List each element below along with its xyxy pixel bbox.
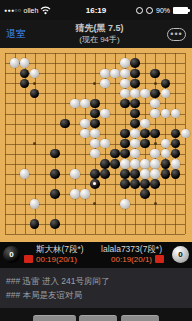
white-stone bbox=[120, 69, 130, 79]
black-stone bbox=[20, 69, 30, 79]
white-stone bbox=[100, 109, 110, 119]
white-stone bbox=[140, 169, 150, 179]
black-stone bbox=[161, 169, 171, 179]
black-stone bbox=[120, 149, 130, 159]
grid-line bbox=[115, 53, 116, 234]
white-stone bbox=[130, 159, 140, 169]
white-stone bbox=[120, 58, 130, 68]
white-stone bbox=[130, 129, 140, 139]
bottom-button-3[interactable] bbox=[121, 315, 159, 321]
black-stone bbox=[90, 99, 100, 109]
white-stone bbox=[161, 89, 171, 99]
white-stone bbox=[20, 58, 30, 68]
black-stone bbox=[171, 149, 181, 159]
alarm-icon bbox=[146, 7, 153, 14]
black-stone bbox=[100, 169, 110, 179]
black-stone bbox=[171, 169, 181, 179]
star-point bbox=[33, 82, 36, 85]
status-bar: ●●●○○ olleh 16:19 90% bbox=[0, 0, 192, 20]
white-stone bbox=[70, 189, 80, 199]
black-stone bbox=[130, 58, 140, 68]
white-flag-icon[interactable] bbox=[155, 255, 164, 263]
white-stone bbox=[70, 169, 80, 179]
white-stone bbox=[130, 139, 140, 149]
white-stone bbox=[80, 189, 90, 199]
black-stone bbox=[50, 169, 60, 179]
white-stone bbox=[150, 169, 160, 179]
app-screen: ●●●○○ olleh 16:19 90% 退室 猜先(黑 7.5) (现在 9… bbox=[0, 0, 192, 321]
black-stone bbox=[50, 149, 60, 159]
black-stone bbox=[161, 159, 171, 169]
black-stone bbox=[150, 179, 160, 189]
grid-line bbox=[5, 194, 186, 195]
black-stone bbox=[140, 129, 150, 139]
white-stone bbox=[140, 159, 150, 169]
orientation-lock-icon bbox=[136, 7, 143, 14]
battery-icon bbox=[173, 7, 188, 14]
black-stone bbox=[130, 99, 140, 109]
battery-percent-label: 90% bbox=[156, 7, 170, 14]
black-stone bbox=[110, 149, 120, 159]
white-stone bbox=[150, 99, 160, 109]
go-board[interactable] bbox=[0, 48, 192, 242]
black-stone bbox=[140, 179, 150, 189]
white-captures-stone-icon: 0 bbox=[172, 246, 189, 263]
white-stone bbox=[90, 129, 100, 139]
white-stone bbox=[140, 89, 150, 99]
black-stone bbox=[90, 119, 100, 129]
game-rule-title: 猜先(黑 7.5) bbox=[32, 23, 167, 34]
white-stone bbox=[20, 169, 30, 179]
black-stone bbox=[171, 129, 181, 139]
black-stone bbox=[171, 139, 181, 149]
grid-line bbox=[5, 234, 186, 235]
star-point bbox=[93, 82, 96, 85]
black-stone bbox=[150, 129, 160, 139]
black-stone bbox=[130, 119, 140, 129]
chat-area[interactable]: ### 迅雷 进入 241号房间了 ### 本局是友谊对局 bbox=[0, 268, 192, 308]
black-stone bbox=[150, 69, 160, 79]
black-player-timer: 00:19(20/1) bbox=[36, 255, 77, 264]
black-stone bbox=[150, 89, 160, 99]
black-stone bbox=[120, 139, 130, 149]
black-flag-icon[interactable] bbox=[24, 255, 33, 263]
white-stone bbox=[100, 79, 110, 89]
white-stone bbox=[90, 149, 100, 159]
black-stone bbox=[120, 99, 130, 109]
black-stone bbox=[110, 159, 120, 169]
clock-label: 16:19 bbox=[86, 6, 106, 15]
white-stone bbox=[100, 69, 110, 79]
black-stone bbox=[90, 109, 100, 119]
white-stone bbox=[161, 139, 171, 149]
white-stone bbox=[80, 129, 90, 139]
white-stone bbox=[130, 149, 140, 159]
bottom-button-2[interactable] bbox=[79, 315, 117, 321]
chat-message: ### 迅雷 进入 241号房间了 bbox=[6, 274, 186, 288]
white-stone bbox=[150, 149, 160, 159]
black-stone bbox=[50, 189, 60, 199]
white-stone bbox=[10, 58, 20, 68]
star-point bbox=[154, 82, 157, 85]
black-stone bbox=[30, 89, 40, 99]
white-stone bbox=[90, 139, 100, 149]
white-stone bbox=[161, 109, 171, 119]
black-stone bbox=[30, 219, 40, 229]
white-stone bbox=[140, 119, 150, 129]
white-stone bbox=[130, 89, 140, 99]
black-stone bbox=[161, 79, 171, 89]
header: 退室 猜先(黑 7.5) (现在 94手) ••• bbox=[0, 20, 192, 48]
white-stone bbox=[171, 109, 181, 119]
move-counter: (现在 94手) bbox=[32, 35, 167, 45]
white-stone bbox=[80, 119, 90, 129]
white-stone bbox=[110, 69, 120, 79]
player-bar: 0 斯大林(7段*) 00:19(20/1) 0 lalala7373(7段*)… bbox=[0, 242, 192, 268]
grid-line bbox=[185, 53, 186, 234]
grid-line bbox=[5, 214, 186, 215]
white-stone bbox=[150, 109, 160, 119]
black-stone bbox=[130, 69, 140, 79]
black-stone bbox=[120, 169, 130, 179]
black-stone bbox=[100, 159, 110, 169]
black-stone bbox=[130, 79, 140, 89]
black-captures-stone-icon: 0 bbox=[3, 246, 20, 263]
carrier-label: olleh bbox=[24, 7, 39, 14]
star-point bbox=[154, 202, 157, 205]
black-stone bbox=[130, 179, 140, 189]
black-stone bbox=[90, 169, 100, 179]
white-stone bbox=[30, 199, 40, 209]
white-stone bbox=[181, 129, 191, 139]
signal-strength-icon: ●●●○○ bbox=[4, 7, 22, 13]
white-stone bbox=[150, 159, 160, 169]
white-stone bbox=[120, 79, 130, 89]
white-stone bbox=[70, 99, 80, 109]
black-stone bbox=[130, 169, 140, 179]
exit-room-button[interactable]: 退室 bbox=[0, 27, 32, 41]
black-stone bbox=[120, 129, 130, 139]
chat-bubble-icon[interactable]: ••• bbox=[167, 28, 186, 41]
white-stone bbox=[161, 149, 171, 159]
black-stone bbox=[60, 119, 70, 129]
star-point bbox=[154, 142, 157, 145]
black-stone bbox=[140, 189, 150, 199]
white-stone bbox=[30, 69, 40, 79]
white-stone bbox=[120, 199, 130, 209]
black-stone bbox=[140, 139, 150, 149]
white-stone bbox=[100, 139, 110, 149]
white-stone bbox=[80, 99, 90, 109]
black-stone bbox=[20, 79, 30, 89]
black-stone bbox=[130, 109, 140, 119]
chat-message: ### 本局是友谊对局 bbox=[6, 288, 186, 302]
black-stone bbox=[50, 219, 60, 229]
black-stone bbox=[120, 179, 130, 189]
white-stone bbox=[120, 89, 130, 99]
game-info: 猜先(黑 7.5) (现在 94手) bbox=[32, 23, 167, 44]
white-player-timer: 00:19(20/1) bbox=[111, 255, 152, 264]
wifi-icon bbox=[40, 6, 51, 15]
bottom-button-1[interactable] bbox=[33, 315, 76, 321]
bottom-toolbar bbox=[0, 308, 192, 321]
white-stone bbox=[120, 159, 130, 169]
star-point bbox=[33, 142, 36, 145]
white-stone bbox=[171, 159, 181, 169]
